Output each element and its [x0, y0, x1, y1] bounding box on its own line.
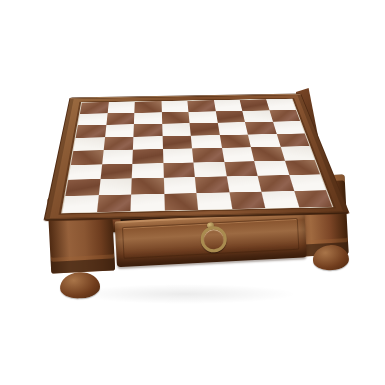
square-c1 — [130, 194, 164, 212]
square-b4 — [102, 150, 133, 165]
square-f7 — [215, 111, 245, 123]
square-a1 — [62, 195, 98, 213]
square-b3 — [100, 164, 132, 180]
square-a7 — [78, 113, 107, 125]
square-b8 — [107, 102, 135, 113]
square-h4 — [280, 146, 314, 160]
square-d7 — [161, 112, 189, 124]
square-e1 — [196, 192, 231, 210]
square-b2 — [98, 178, 131, 195]
square-f6 — [217, 122, 248, 135]
square-a4 — [71, 150, 103, 165]
square-d4 — [163, 148, 194, 162]
square-c5 — [133, 136, 163, 150]
square-d6 — [162, 123, 191, 136]
square-h6 — [273, 121, 305, 134]
square-a6 — [76, 125, 106, 138]
square-g3 — [254, 160, 289, 175]
square-e6 — [190, 123, 220, 136]
square-h2 — [289, 174, 326, 190]
square-g6 — [245, 122, 276, 135]
bun-foot-right — [312, 244, 349, 271]
square-f2 — [226, 176, 261, 192]
square-d5 — [162, 135, 192, 149]
square-g2 — [258, 175, 294, 191]
square-h5 — [276, 133, 309, 146]
square-f1 — [229, 191, 265, 209]
bun-foot-left — [59, 271, 100, 299]
board-top — [43, 93, 350, 221]
square-g8 — [240, 99, 269, 110]
square-e4 — [192, 148, 224, 162]
square-e8 — [187, 100, 215, 111]
square-d1 — [164, 193, 198, 211]
square-h3 — [284, 160, 320, 175]
square-f3 — [224, 161, 258, 176]
square-b6 — [105, 124, 134, 137]
square-e2 — [195, 176, 229, 192]
chess-box-photo — [0, 0, 385, 385]
square-g7 — [242, 110, 272, 122]
square-e3 — [193, 162, 226, 177]
square-e7 — [188, 111, 217, 123]
square-g4 — [251, 147, 284, 161]
board-grid — [61, 99, 333, 214]
square-b7 — [106, 113, 134, 125]
square-d8 — [161, 101, 188, 112]
square-c4 — [132, 149, 163, 164]
square-d2 — [163, 177, 196, 193]
square-g1 — [261, 191, 298, 209]
square-e5 — [191, 135, 222, 149]
square-d3 — [163, 162, 195, 177]
square-a8 — [80, 102, 108, 113]
square-h7 — [269, 110, 300, 122]
drawer-front — [115, 211, 307, 267]
square-g5 — [248, 134, 280, 147]
square-a3 — [68, 164, 101, 180]
square-h1 — [294, 190, 332, 207]
square-f8 — [214, 100, 243, 111]
square-c2 — [131, 178, 164, 195]
square-f5 — [219, 134, 251, 148]
square-h8 — [266, 99, 296, 110]
square-a5 — [73, 137, 104, 151]
square-c7 — [134, 112, 162, 124]
square-c3 — [132, 163, 164, 178]
square-a2 — [65, 179, 100, 196]
square-c8 — [134, 101, 161, 112]
square-b1 — [96, 194, 131, 212]
square-c6 — [133, 124, 162, 137]
square-f4 — [222, 147, 255, 161]
square-b5 — [103, 137, 133, 151]
